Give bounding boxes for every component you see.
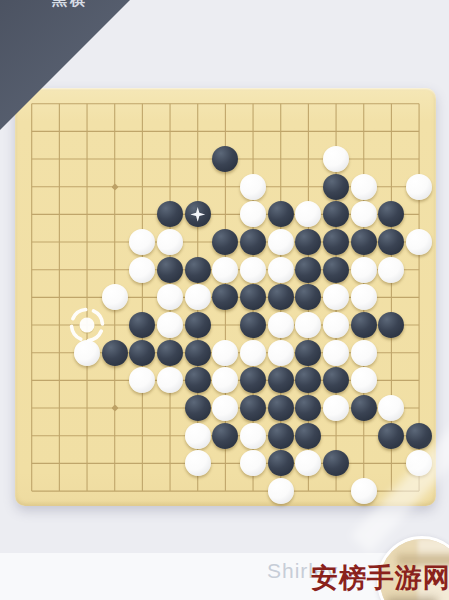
stone-black xyxy=(185,312,211,338)
stone-white xyxy=(157,229,183,255)
stone-white xyxy=(268,257,294,283)
stone-black xyxy=(185,340,211,366)
stone-black xyxy=(268,395,294,421)
stone-black xyxy=(129,340,155,366)
placement-cursor-icon xyxy=(64,302,110,348)
stone-white xyxy=(240,174,266,200)
board[interactable] xyxy=(15,88,436,506)
stone-white xyxy=(185,450,211,476)
stone-black xyxy=(157,257,183,283)
stone-white xyxy=(240,257,266,283)
stone-black xyxy=(378,423,404,449)
stone-black xyxy=(212,423,238,449)
stone-black xyxy=(268,450,294,476)
stone-black xyxy=(185,201,211,227)
stone-black xyxy=(323,174,349,200)
stone-black xyxy=(268,367,294,393)
stone-black xyxy=(323,229,349,255)
stone-white xyxy=(240,423,266,449)
stone-black xyxy=(351,229,377,255)
stone-white xyxy=(268,229,294,255)
stone-black xyxy=(295,423,321,449)
stone-black xyxy=(268,201,294,227)
stone-white xyxy=(157,312,183,338)
stone-white xyxy=(351,478,377,504)
stone-white xyxy=(185,423,211,449)
stone-black xyxy=(185,367,211,393)
screen: 黑棋 Shirley 安榜手游网 xyxy=(0,0,449,600)
ribbon-label: 黑棋 xyxy=(52,0,88,10)
stone-white xyxy=(323,312,349,338)
stone-white xyxy=(406,229,432,255)
stone-white xyxy=(268,312,294,338)
stone-white xyxy=(323,146,349,172)
stone-white xyxy=(129,257,155,283)
stone-white xyxy=(378,257,404,283)
stone-white xyxy=(185,284,211,310)
stone-black xyxy=(240,395,266,421)
stone-black xyxy=(157,340,183,366)
stone-black xyxy=(351,395,377,421)
stone-black xyxy=(268,284,294,310)
stone-white xyxy=(351,367,377,393)
last-move-marker-icon xyxy=(190,207,205,222)
stone-black xyxy=(351,312,377,338)
stone-black xyxy=(295,340,321,366)
stone-white xyxy=(351,284,377,310)
stone-white xyxy=(406,174,432,200)
stone-white xyxy=(351,340,377,366)
stone-white xyxy=(323,395,349,421)
stone-black xyxy=(240,229,266,255)
stone-white xyxy=(351,257,377,283)
stone-black xyxy=(240,312,266,338)
stone-black xyxy=(406,423,432,449)
stone-white xyxy=(240,340,266,366)
stone-white xyxy=(268,340,294,366)
stone-black xyxy=(185,395,211,421)
stone-white xyxy=(268,478,294,504)
stone-white xyxy=(351,174,377,200)
stone-white xyxy=(212,257,238,283)
watermark: 安榜手游网 xyxy=(311,560,449,596)
stone-black xyxy=(185,257,211,283)
stone-black xyxy=(268,423,294,449)
stone-white xyxy=(351,201,377,227)
stone-white xyxy=(323,340,349,366)
stone-black xyxy=(323,257,349,283)
stone-white xyxy=(212,340,238,366)
stone-black xyxy=(295,257,321,283)
